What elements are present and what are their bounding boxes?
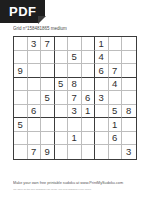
- sudoku-cell-r8c4: [55, 132, 69, 146]
- sudoku-cell-r6c1: [14, 105, 28, 119]
- sudoku-cell-r4c4: 5: [55, 78, 69, 92]
- sudoku-cell-r1c2: 3: [28, 37, 42, 51]
- sudoku-cell-r7c8: 1: [109, 118, 123, 132]
- sudoku-cell-r4c2: [28, 78, 42, 92]
- sudoku-cell-r9c6: [82, 145, 96, 159]
- sudoku-page: PDF Grid n°158481865 medium 371549675845…: [0, 0, 149, 198]
- sudoku-cell-r3c1: 9: [14, 64, 28, 78]
- sudoku-cell-r9c4: [55, 145, 69, 159]
- footer-text: Make your own free printable sudoku at w…: [13, 181, 123, 185]
- footer-tagline: We have all the free sudokus you need! 4…: [13, 188, 92, 191]
- sudoku-cell-r7c5: [68, 118, 82, 132]
- pdf-badge-label: PDF: [0, 5, 37, 18]
- sudoku-cell-r1c9: [122, 37, 136, 51]
- footer-text-label: Make your own free printable sudoku at: [13, 181, 79, 185]
- pdf-fold-corner-icon: [38, 16, 46, 24]
- sudoku-cell-r7c4: [55, 118, 69, 132]
- sudoku-cell-r2c5: 5: [68, 51, 82, 65]
- sudoku-cell-r6c7: [95, 105, 109, 119]
- grid-title: Grid n°158481865 medium: [13, 26, 67, 31]
- sudoku-cell-r5c1: [14, 91, 28, 105]
- sudoku-cell-r9c2: 7: [28, 145, 42, 159]
- sudoku-cell-r2c1: [14, 51, 28, 65]
- sudoku-cell-r1c8: [109, 37, 123, 51]
- sudoku-cell-r2c4: [55, 51, 69, 65]
- sudoku-cell-r6c8: 5: [109, 105, 123, 119]
- sudoku-cell-r3c7: 6: [95, 64, 109, 78]
- sudoku-cell-r3c2: [28, 64, 42, 78]
- sudoku-cell-r2c2: [28, 51, 42, 65]
- sudoku-board: 371549675845763631585116793: [13, 36, 137, 160]
- sudoku-cell-r2c7: 4: [95, 51, 109, 65]
- sudoku-cell-r5c8: [109, 91, 123, 105]
- sudoku-cell-r5c3: 5: [41, 91, 55, 105]
- sudoku-cell-r7c9: [122, 118, 136, 132]
- sudoku-cell-r9c5: [68, 145, 82, 159]
- sudoku-cell-r7c6: [82, 118, 96, 132]
- sudoku-cell-r1c1: [14, 37, 28, 51]
- sudoku-cell-r6c2: 6: [28, 105, 42, 119]
- sudoku-cell-r5c4: [55, 91, 69, 105]
- sudoku-cell-r4c1: [14, 78, 28, 92]
- sudoku-cell-r9c3: 9: [41, 145, 55, 159]
- sudoku-cell-r8c3: [41, 132, 55, 146]
- sudoku-cell-r5c6: 6: [82, 91, 96, 105]
- sudoku-cell-r1c6: [82, 37, 96, 51]
- sudoku-cell-r9c7: [95, 145, 109, 159]
- sudoku-cell-r5c5: 7: [68, 91, 82, 105]
- sudoku-cell-r3c5: [68, 64, 82, 78]
- sudoku-cell-r5c2: [28, 91, 42, 105]
- sudoku-cell-r2c6: [82, 51, 96, 65]
- sudoku-cell-r6c3: [41, 105, 55, 119]
- sudoku-cell-r3c8: 7: [109, 64, 123, 78]
- sudoku-cell-r4c3: [41, 78, 55, 92]
- sudoku-cell-r7c2: [28, 118, 42, 132]
- sudoku-cell-r3c9: [122, 64, 136, 78]
- sudoku-cell-r8c2: [28, 132, 42, 146]
- sudoku-cell-r8c9: [122, 132, 136, 146]
- sudoku-cell-r1c5: [68, 37, 82, 51]
- sudoku-cell-r1c7: 1: [95, 37, 109, 51]
- sudoku-cell-r4c6: [82, 78, 96, 92]
- sudoku-cell-r8c8: 6: [109, 132, 123, 146]
- sudoku-cell-r3c3: [41, 64, 55, 78]
- sudoku-cell-r2c9: [122, 51, 136, 65]
- sudoku-cell-r3c6: [82, 64, 96, 78]
- sudoku-cell-r5c9: [122, 91, 136, 105]
- sudoku-cell-r1c4: [55, 37, 69, 51]
- sudoku-cell-r6c9: 8: [122, 105, 136, 119]
- sudoku-cell-r6c5: 3: [68, 105, 82, 119]
- sudoku-cell-r2c8: [109, 51, 123, 65]
- sudoku-cell-r8c1: [14, 132, 28, 146]
- sudoku-cell-r9c1: [14, 145, 28, 159]
- sudoku-cell-r4c5: 8: [68, 78, 82, 92]
- sudoku-cell-r8c6: [82, 132, 96, 146]
- sudoku-cell-r6c4: [55, 105, 69, 119]
- sudoku-cell-r4c9: [122, 78, 136, 92]
- sudoku-cell-r8c5: 1: [68, 132, 82, 146]
- sudoku-cell-r3c4: [55, 64, 69, 78]
- sudoku-cell-r9c9: 3: [122, 145, 136, 159]
- sudoku-cell-r7c7: [95, 118, 109, 132]
- sudoku-cell-r5c7: 3: [95, 91, 109, 105]
- footer-link[interactable]: www.PrintMySudoku.com: [80, 181, 123, 185]
- sudoku-cell-r6c6: 1: [82, 105, 96, 119]
- sudoku-cell-r4c7: [95, 78, 109, 92]
- sudoku-cell-r7c1: 5: [14, 118, 28, 132]
- sudoku-cell-r1c3: 7: [41, 37, 55, 51]
- sudoku-cell-r8c7: [95, 132, 109, 146]
- sudoku-cell-r7c3: [41, 118, 55, 132]
- sudoku-cell-r4c8: 4: [109, 78, 123, 92]
- sudoku-cell-r9c8: [109, 145, 123, 159]
- sudoku-cell-r2c3: [41, 51, 55, 65]
